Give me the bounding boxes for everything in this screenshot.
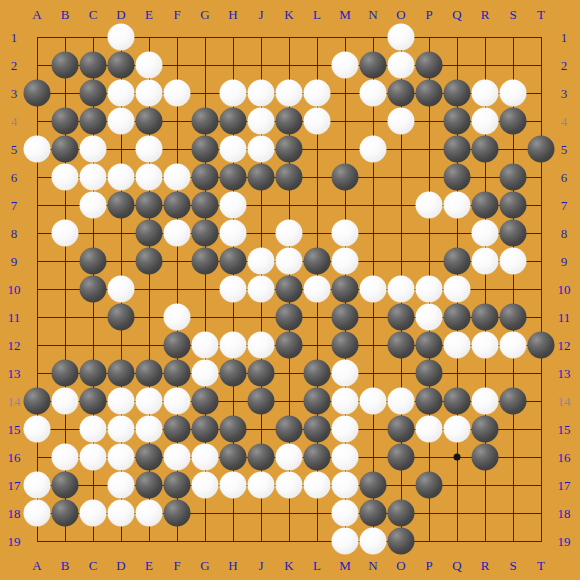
black-stone-P13 [416, 360, 443, 387]
black-stone-H4 [220, 108, 247, 135]
white-stone-R4 [472, 108, 499, 135]
row-label-right-7: 7 [561, 199, 568, 212]
white-stone-D15 [108, 416, 135, 443]
black-stone-A14 [24, 388, 51, 415]
white-stone-E15 [136, 416, 163, 443]
black-stone-M12 [332, 332, 359, 359]
col-label-bottom-P: P [425, 559, 432, 572]
row-label-left-2: 2 [11, 59, 18, 72]
black-stone-P17 [416, 472, 443, 499]
col-label-bottom-M: M [339, 559, 351, 572]
white-stone-M16 [332, 444, 359, 471]
black-stone-R11 [472, 304, 499, 331]
white-stone-M14 [332, 388, 359, 415]
white-stone-K8 [276, 220, 303, 247]
row-label-left-14: 14 [8, 395, 21, 408]
col-label-top-A: A [32, 8, 41, 21]
black-stone-E9 [136, 248, 163, 275]
col-label-bottom-L: L [313, 559, 321, 572]
col-label-bottom-E: E [145, 559, 153, 572]
col-label-bottom-F: F [173, 559, 180, 572]
col-label-top-C: C [89, 8, 98, 21]
black-stone-S8 [500, 220, 527, 247]
white-stone-M13 [332, 360, 359, 387]
black-stone-G8 [192, 220, 219, 247]
white-stone-P15 [416, 416, 443, 443]
white-stone-R14 [472, 388, 499, 415]
row-label-right-18: 18 [558, 507, 571, 520]
white-stone-E2 [136, 52, 163, 79]
black-stone-G4 [192, 108, 219, 135]
black-stone-F7 [164, 192, 191, 219]
row-label-right-13: 13 [558, 367, 571, 380]
white-stone-D10 [108, 276, 135, 303]
black-stone-E13 [136, 360, 163, 387]
white-stone-P11 [416, 304, 443, 331]
black-stone-E8 [136, 220, 163, 247]
black-stone-D7 [108, 192, 135, 219]
black-stone-S14 [500, 388, 527, 415]
black-stone-J13 [248, 360, 275, 387]
row-label-left-11: 11 [8, 311, 21, 324]
white-stone-H12 [220, 332, 247, 359]
col-label-bottom-Q: Q [452, 559, 461, 572]
black-stone-J16 [248, 444, 275, 471]
row-label-right-17: 17 [558, 479, 571, 492]
col-label-top-B: B [61, 8, 70, 21]
row-label-right-9: 9 [561, 255, 568, 268]
black-stone-C3 [80, 80, 107, 107]
star-point-Q16 [454, 454, 461, 461]
white-stone-A15 [24, 416, 51, 443]
white-stone-E14 [136, 388, 163, 415]
black-stone-Q11 [444, 304, 471, 331]
col-label-bottom-O: O [396, 559, 405, 572]
black-stone-G7 [192, 192, 219, 219]
white-stone-M15 [332, 416, 359, 443]
col-label-top-H: H [228, 8, 237, 21]
col-label-top-S: S [509, 8, 516, 21]
col-label-top-G: G [200, 8, 209, 21]
black-stone-P12 [416, 332, 443, 359]
white-stone-O14 [388, 388, 415, 415]
white-stone-Q12 [444, 332, 471, 359]
white-stone-K9 [276, 248, 303, 275]
col-label-bottom-B: B [61, 559, 70, 572]
white-stone-D18 [108, 500, 135, 527]
row-label-right-12: 12 [558, 339, 571, 352]
col-label-bottom-K: K [284, 559, 293, 572]
col-label-top-O: O [396, 8, 405, 21]
black-stone-H15 [220, 416, 247, 443]
white-stone-C7 [80, 192, 107, 219]
white-stone-M2 [332, 52, 359, 79]
black-stone-E4 [136, 108, 163, 135]
black-stone-Q14 [444, 388, 471, 415]
black-stone-S11 [500, 304, 527, 331]
row-label-left-6: 6 [11, 171, 18, 184]
white-stone-E6 [136, 164, 163, 191]
black-stone-O18 [388, 500, 415, 527]
row-label-right-10: 10 [558, 283, 571, 296]
white-stone-C5 [80, 136, 107, 163]
row-label-right-16: 16 [558, 451, 571, 464]
black-stone-O19 [388, 528, 415, 555]
black-stone-K10 [276, 276, 303, 303]
white-stone-D17 [108, 472, 135, 499]
white-stone-N5 [360, 136, 387, 163]
black-stone-C13 [80, 360, 107, 387]
black-stone-K5 [276, 136, 303, 163]
white-stone-B8 [52, 220, 79, 247]
black-stone-L9 [304, 248, 331, 275]
black-stone-N2 [360, 52, 387, 79]
white-stone-N3 [360, 80, 387, 107]
white-stone-Q7 [444, 192, 471, 219]
col-label-top-D: D [116, 8, 125, 21]
black-stone-R7 [472, 192, 499, 219]
row-label-left-1: 1 [11, 31, 18, 44]
col-label-bottom-S: S [509, 559, 516, 572]
row-label-right-3: 3 [561, 87, 568, 100]
col-label-bottom-J: J [258, 559, 263, 572]
white-stone-S9 [500, 248, 527, 275]
row-label-right-5: 5 [561, 143, 568, 156]
black-stone-M11 [332, 304, 359, 331]
black-stone-E7 [136, 192, 163, 219]
black-stone-L13 [304, 360, 331, 387]
white-stone-B16 [52, 444, 79, 471]
black-stone-S6 [500, 164, 527, 191]
white-stone-D16 [108, 444, 135, 471]
white-stone-C16 [80, 444, 107, 471]
black-stone-N18 [360, 500, 387, 527]
white-stone-J9 [248, 248, 275, 275]
black-stone-C10 [80, 276, 107, 303]
white-stone-S12 [500, 332, 527, 359]
white-stone-K16 [276, 444, 303, 471]
black-stone-M10 [332, 276, 359, 303]
white-stone-R12 [472, 332, 499, 359]
row-label-left-19: 19 [8, 535, 21, 548]
white-stone-P10 [416, 276, 443, 303]
white-stone-F3 [164, 80, 191, 107]
col-label-top-M: M [339, 8, 351, 21]
row-label-left-18: 18 [8, 507, 21, 520]
black-stone-E17 [136, 472, 163, 499]
black-stone-J14 [248, 388, 275, 415]
white-stone-D6 [108, 164, 135, 191]
white-stone-R9 [472, 248, 499, 275]
col-label-top-K: K [284, 8, 293, 21]
white-stone-J12 [248, 332, 275, 359]
white-stone-F6 [164, 164, 191, 191]
black-stone-F18 [164, 500, 191, 527]
white-stone-O4 [388, 108, 415, 135]
row-label-right-11: 11 [558, 311, 571, 324]
white-stone-G16 [192, 444, 219, 471]
black-stone-C14 [80, 388, 107, 415]
black-stone-F17 [164, 472, 191, 499]
black-stone-F15 [164, 416, 191, 443]
row-label-left-10: 10 [8, 283, 21, 296]
col-label-top-P: P [425, 8, 432, 21]
black-stone-G9 [192, 248, 219, 275]
white-stone-M9 [332, 248, 359, 275]
white-stone-D1 [108, 24, 135, 51]
black-stone-Q9 [444, 248, 471, 275]
white-stone-L17 [304, 472, 331, 499]
black-stone-G5 [192, 136, 219, 163]
white-stone-C15 [80, 416, 107, 443]
row-label-left-9: 9 [11, 255, 18, 268]
black-stone-T12 [528, 332, 555, 359]
white-stone-C18 [80, 500, 107, 527]
white-stone-F11 [164, 304, 191, 331]
row-label-right-15: 15 [558, 423, 571, 436]
col-label-top-R: R [481, 8, 490, 21]
white-stone-A18 [24, 500, 51, 527]
row-label-left-16: 16 [8, 451, 21, 464]
row-label-left-12: 12 [8, 339, 21, 352]
white-stone-H10 [220, 276, 247, 303]
white-stone-E18 [136, 500, 163, 527]
black-stone-Q4 [444, 108, 471, 135]
white-stone-G17 [192, 472, 219, 499]
row-label-right-1: 1 [561, 31, 568, 44]
row-label-right-19: 19 [558, 535, 571, 548]
white-stone-L10 [304, 276, 331, 303]
black-stone-D13 [108, 360, 135, 387]
black-stone-D2 [108, 52, 135, 79]
white-stone-F8 [164, 220, 191, 247]
row-label-right-6: 6 [561, 171, 568, 184]
black-stone-L14 [304, 388, 331, 415]
white-stone-E5 [136, 136, 163, 163]
black-stone-F12 [164, 332, 191, 359]
col-label-bottom-N: N [368, 559, 377, 572]
col-label-top-N: N [368, 8, 377, 21]
black-stone-A3 [24, 80, 51, 107]
col-label-top-E: E [145, 8, 153, 21]
white-stone-A17 [24, 472, 51, 499]
black-stone-G6 [192, 164, 219, 191]
white-stone-D4 [108, 108, 135, 135]
black-stone-C4 [80, 108, 107, 135]
black-stone-Q3 [444, 80, 471, 107]
white-stone-R8 [472, 220, 499, 247]
white-stone-N14 [360, 388, 387, 415]
black-stone-D11 [108, 304, 135, 331]
black-stone-H13 [220, 360, 247, 387]
row-label-right-14: 14 [558, 395, 571, 408]
black-stone-F13 [164, 360, 191, 387]
white-stone-S3 [500, 80, 527, 107]
white-stone-J3 [248, 80, 275, 107]
white-stone-R3 [472, 80, 499, 107]
row-label-left-8: 8 [11, 227, 18, 240]
black-stone-L15 [304, 416, 331, 443]
white-stone-N10 [360, 276, 387, 303]
white-stone-J5 [248, 136, 275, 163]
white-stone-P7 [416, 192, 443, 219]
black-stone-B5 [52, 136, 79, 163]
row-label-right-8: 8 [561, 227, 568, 240]
black-stone-K15 [276, 416, 303, 443]
black-stone-R15 [472, 416, 499, 443]
row-label-right-2: 2 [561, 59, 568, 72]
white-stone-F14 [164, 388, 191, 415]
black-stone-B18 [52, 500, 79, 527]
white-stone-Q15 [444, 416, 471, 443]
black-stone-R16 [472, 444, 499, 471]
row-label-left-5: 5 [11, 143, 18, 156]
white-stone-A5 [24, 136, 51, 163]
black-stone-B4 [52, 108, 79, 135]
col-label-bottom-G: G [200, 559, 209, 572]
col-label-bottom-A: A [32, 559, 41, 572]
black-stone-R5 [472, 136, 499, 163]
white-stone-H7 [220, 192, 247, 219]
row-label-right-4: 4 [561, 115, 568, 128]
black-stone-O3 [388, 80, 415, 107]
black-stone-Q5 [444, 136, 471, 163]
black-stone-P3 [416, 80, 443, 107]
black-stone-L16 [304, 444, 331, 471]
black-stone-G14 [192, 388, 219, 415]
white-stone-B6 [52, 164, 79, 191]
black-stone-E16 [136, 444, 163, 471]
white-stone-L4 [304, 108, 331, 135]
black-stone-K11 [276, 304, 303, 331]
white-stone-K17 [276, 472, 303, 499]
white-stone-E3 [136, 80, 163, 107]
black-stone-S4 [500, 108, 527, 135]
col-label-bottom-R: R [481, 559, 490, 572]
col-label-bottom-C: C [89, 559, 98, 572]
black-stone-P2 [416, 52, 443, 79]
black-stone-C9 [80, 248, 107, 275]
black-stone-Q6 [444, 164, 471, 191]
col-label-top-J: J [258, 8, 263, 21]
white-stone-F16 [164, 444, 191, 471]
row-label-left-15: 15 [8, 423, 21, 436]
row-label-left-3: 3 [11, 87, 18, 100]
go-board: AABBCCDDEEFFGGHHJJKKLLMMNNOOPPQQRRSSTT11… [0, 0, 580, 580]
col-label-bottom-H: H [228, 559, 237, 572]
black-stone-G15 [192, 416, 219, 443]
black-stone-P14 [416, 388, 443, 415]
white-stone-D3 [108, 80, 135, 107]
black-stone-H6 [220, 164, 247, 191]
row-label-left-17: 17 [8, 479, 21, 492]
white-stone-H17 [220, 472, 247, 499]
black-stone-C2 [80, 52, 107, 79]
black-stone-M6 [332, 164, 359, 191]
row-label-left-4: 4 [11, 115, 18, 128]
black-stone-J6 [248, 164, 275, 191]
white-stone-M19 [332, 528, 359, 555]
white-stone-J4 [248, 108, 275, 135]
white-stone-B14 [52, 388, 79, 415]
black-stone-K6 [276, 164, 303, 191]
black-stone-N17 [360, 472, 387, 499]
white-stone-C6 [80, 164, 107, 191]
white-stone-O1 [388, 24, 415, 51]
black-stone-B17 [52, 472, 79, 499]
col-label-bottom-T: T [537, 559, 545, 572]
black-stone-H9 [220, 248, 247, 275]
black-stone-B13 [52, 360, 79, 387]
white-stone-N19 [360, 528, 387, 555]
white-stone-H5 [220, 136, 247, 163]
white-stone-G12 [192, 332, 219, 359]
white-stone-O10 [388, 276, 415, 303]
white-stone-L3 [304, 80, 331, 107]
white-stone-Q10 [444, 276, 471, 303]
black-stone-O16 [388, 444, 415, 471]
black-stone-S7 [500, 192, 527, 219]
white-stone-H8 [220, 220, 247, 247]
white-stone-D14 [108, 388, 135, 415]
black-stone-O11 [388, 304, 415, 331]
white-stone-G13 [192, 360, 219, 387]
col-label-top-F: F [173, 8, 180, 21]
row-label-left-7: 7 [11, 199, 18, 212]
white-stone-J17 [248, 472, 275, 499]
black-stone-O15 [388, 416, 415, 443]
row-label-left-13: 13 [8, 367, 21, 380]
black-stone-O12 [388, 332, 415, 359]
white-stone-O2 [388, 52, 415, 79]
black-stone-T5 [528, 136, 555, 163]
white-stone-J10 [248, 276, 275, 303]
white-stone-M18 [332, 500, 359, 527]
col-label-top-T: T [537, 8, 545, 21]
col-label-top-Q: Q [452, 8, 461, 21]
col-label-top-L: L [313, 8, 321, 21]
black-stone-K12 [276, 332, 303, 359]
white-stone-M17 [332, 472, 359, 499]
white-stone-H3 [220, 80, 247, 107]
white-stone-K3 [276, 80, 303, 107]
black-stone-K4 [276, 108, 303, 135]
black-stone-H16 [220, 444, 247, 471]
white-stone-M8 [332, 220, 359, 247]
black-stone-B2 [52, 52, 79, 79]
col-label-bottom-D: D [116, 559, 125, 572]
